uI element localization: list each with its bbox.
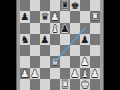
square-f4[interactable] — [70, 45, 80, 56]
square-h6[interactable] — [90, 23, 100, 34]
square-b5[interactable] — [30, 34, 40, 45]
square-f8[interactable]: ♚ — [70, 0, 80, 11]
square-g7[interactable] — [80, 11, 90, 22]
square-h5[interactable] — [90, 34, 100, 45]
square-g3[interactable]: ♟ — [80, 56, 90, 67]
white-king-g1[interactable]: ♚ — [80, 79, 90, 90]
square-e7[interactable] — [60, 11, 70, 22]
screenshot-stage: ♜♚♟♛♟♜♝♟♞♟♟♛♟♟♟♟♝♟♜♚ — [0, 0, 120, 90]
square-c8[interactable] — [40, 0, 50, 11]
square-c2[interactable] — [40, 68, 50, 79]
white-pawn-a2[interactable]: ♟ — [20, 68, 30, 79]
square-b7[interactable] — [30, 11, 40, 22]
square-e6[interactable]: ♟ — [60, 23, 70, 34]
square-c1[interactable] — [40, 79, 50, 90]
square-d6[interactable]: ♝ — [50, 23, 60, 34]
square-d8[interactable] — [50, 0, 60, 11]
square-a7[interactable]: ♟ — [20, 11, 30, 22]
black-knight-a5[interactable]: ♞ — [20, 34, 30, 45]
black-pawn-e6[interactable]: ♟ — [60, 23, 70, 34]
square-g4[interactable] — [80, 45, 90, 56]
white-pawn-d7[interactable]: ♟ — [50, 11, 60, 22]
square-f6[interactable] — [70, 23, 80, 34]
square-f3[interactable] — [70, 56, 80, 67]
square-f2[interactable]: ♟ — [70, 68, 80, 79]
square-g6[interactable] — [80, 23, 90, 34]
square-g5[interactable]: ♟ — [80, 34, 90, 45]
black-rook-e8[interactable]: ♜ — [60, 0, 70, 11]
square-f7[interactable] — [70, 11, 80, 22]
white-pawn-g3[interactable]: ♟ — [80, 56, 90, 67]
square-e4[interactable] — [60, 45, 70, 56]
square-g1[interactable]: ♚ — [80, 79, 90, 90]
square-g8[interactable] — [80, 0, 90, 11]
square-e5[interactable] — [60, 34, 70, 45]
square-c5[interactable]: ♟ — [40, 34, 50, 45]
white-pawn-h2[interactable]: ♟ — [90, 68, 100, 79]
square-b1[interactable] — [30, 79, 40, 90]
white-rook-e1[interactable]: ♜ — [60, 79, 70, 90]
black-pawn-g5[interactable]: ♟ — [80, 34, 90, 45]
black-pawn-c5[interactable]: ♟ — [40, 34, 50, 45]
white-rook-h7[interactable]: ♜ — [90, 11, 100, 22]
square-e1[interactable]: ♜ — [60, 79, 70, 90]
white-queen-d3[interactable]: ♛ — [50, 56, 60, 67]
square-g2[interactable]: ♝ — [80, 68, 90, 79]
square-a2[interactable]: ♟ — [20, 68, 30, 79]
square-d4[interactable] — [50, 45, 60, 56]
square-b2[interactable]: ♟ — [30, 68, 40, 79]
square-c6[interactable] — [40, 23, 50, 34]
square-b3[interactable] — [30, 56, 40, 67]
square-e8[interactable]: ♜ — [60, 0, 70, 11]
square-c3[interactable] — [40, 56, 50, 67]
square-h4[interactable] — [90, 45, 100, 56]
square-b6[interactable] — [30, 23, 40, 34]
square-h7[interactable]: ♜ — [90, 11, 100, 22]
chess-board[interactable]: ♜♚♟♛♟♜♝♟♞♟♟♛♟♟♟♟♝♟♜♚ — [20, 0, 100, 90]
square-a8[interactable] — [20, 0, 30, 11]
square-b4[interactable] — [30, 45, 40, 56]
square-c4[interactable] — [40, 45, 50, 56]
square-f5[interactable] — [70, 34, 80, 45]
square-h3[interactable] — [90, 56, 100, 67]
white-pawn-f2[interactable]: ♟ — [70, 68, 80, 79]
white-bishop-d6[interactable]: ♝ — [50, 23, 60, 34]
square-h2[interactable]: ♟ — [90, 68, 100, 79]
square-e2[interactable] — [60, 68, 70, 79]
square-d5[interactable] — [50, 34, 60, 45]
square-d1[interactable] — [50, 79, 60, 90]
square-h8[interactable] — [90, 0, 100, 11]
square-e3[interactable] — [60, 56, 70, 67]
square-a3[interactable] — [20, 56, 30, 67]
square-a5[interactable]: ♞ — [20, 34, 30, 45]
square-h1[interactable] — [90, 79, 100, 90]
square-a4[interactable] — [20, 45, 30, 56]
white-pawn-b2[interactable]: ♟ — [30, 68, 40, 79]
square-c7[interactable]: ♛ — [40, 11, 50, 22]
black-queen-c7[interactable]: ♛ — [40, 11, 50, 22]
square-b8[interactable] — [30, 0, 40, 11]
square-f1[interactable] — [70, 79, 80, 90]
black-king-f8[interactable]: ♚ — [70, 0, 80, 11]
square-d7[interactable]: ♟ — [50, 11, 60, 22]
square-d2[interactable] — [50, 68, 60, 79]
white-bishop-g2[interactable]: ♝ — [80, 68, 90, 79]
square-a1[interactable] — [20, 79, 30, 90]
square-d3[interactable]: ♛ — [50, 56, 60, 67]
black-pawn-a7[interactable]: ♟ — [20, 11, 30, 22]
square-a6[interactable] — [20, 23, 30, 34]
